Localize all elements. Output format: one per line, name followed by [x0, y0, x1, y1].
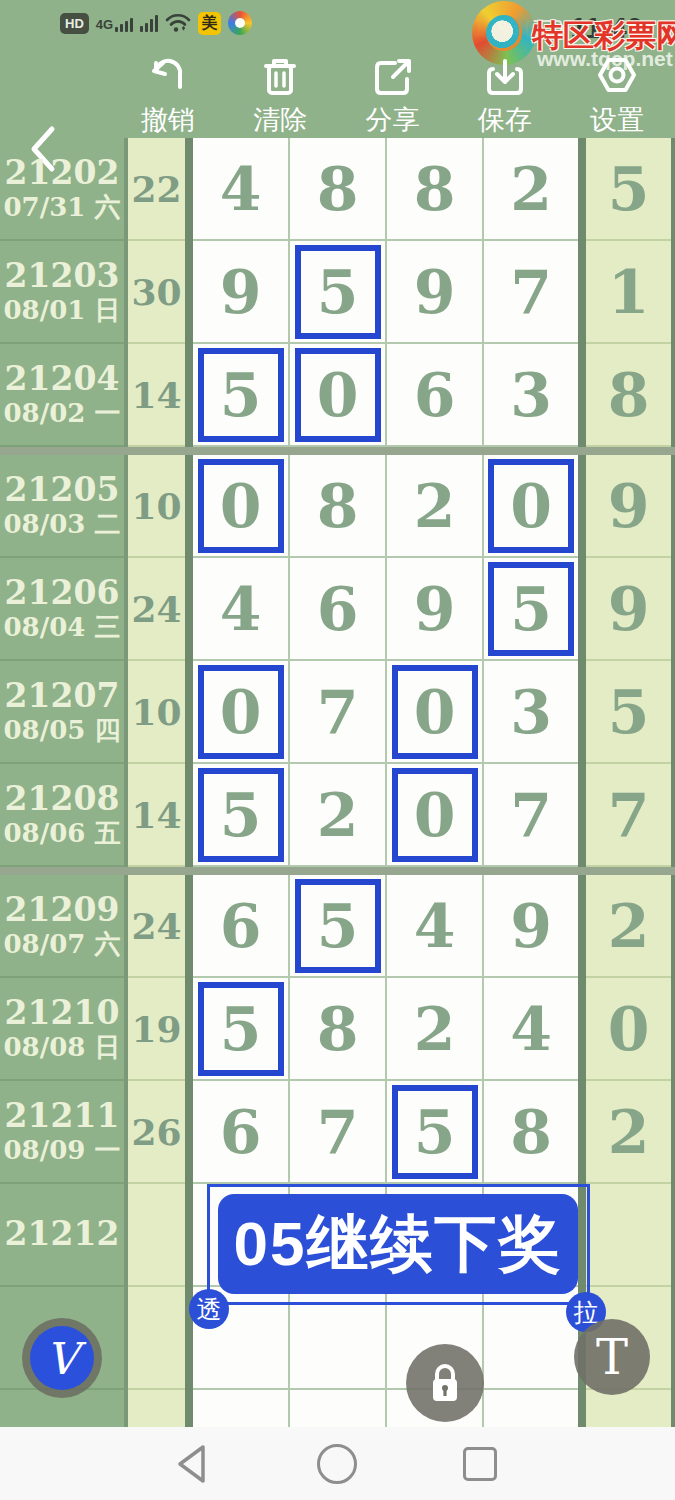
digit-cell[interactable]: 5	[193, 978, 290, 1081]
digit-cell-last[interactable]: 5	[586, 138, 671, 241]
grid-line-v[interactable]	[185, 1184, 193, 1287]
blue-mark-box[interactable]	[488, 459, 574, 553]
digit-cell-last[interactable]	[586, 1390, 671, 1427]
grid-line-v[interactable]	[578, 661, 586, 764]
period-label: 2121108/09 一	[0, 1081, 124, 1184]
digit-cell-last[interactable]: 2	[586, 875, 671, 978]
clear-button[interactable]: 清除	[224, 53, 336, 134]
undo-icon	[144, 53, 192, 101]
period-number: 21212	[5, 1216, 120, 1252]
digit-cell[interactable]: 6	[387, 344, 484, 447]
digit-cell[interactable]: 3	[484, 661, 578, 764]
settings-button[interactable]: 设置	[561, 53, 673, 134]
signal-bars2-icon	[140, 14, 158, 32]
share-icon	[369, 53, 417, 101]
blue-mark-box[interactable]	[392, 665, 478, 759]
grid-line-v[interactable]	[578, 455, 586, 558]
blue-mark-box[interactable]	[198, 665, 284, 759]
period-label: 2120808/06 五	[0, 764, 124, 867]
share-label: 分享	[366, 107, 420, 134]
grid-line-v[interactable]	[578, 558, 586, 661]
digit-cell[interactable]	[193, 1390, 290, 1427]
prediction-banner[interactable]: 05继续下奖	[218, 1194, 578, 1294]
grid-line-v[interactable]	[578, 241, 586, 344]
group-separator	[0, 447, 675, 455]
sum-cell: 14	[128, 764, 185, 867]
period-label: 2121008/08 日	[0, 978, 124, 1081]
chart-row-21205: 2120508/03 二1008209	[0, 455, 675, 558]
chart-row-21203: 2120308/01 日3095971	[0, 241, 675, 344]
digit-cell[interactable]: 9	[387, 558, 484, 661]
digit-cell[interactable]: 0	[387, 661, 484, 764]
chart-row-21208: 2120808/06 五1452077	[0, 764, 675, 867]
period-label: 2120207/31 六	[0, 138, 124, 241]
digit-cell[interactable]: 0	[290, 344, 387, 447]
grid-line-v[interactable]	[578, 1081, 586, 1184]
digit-cell-last[interactable]: 8	[586, 344, 671, 447]
settings-icon	[593, 53, 641, 101]
digit-cell[interactable]: 7	[484, 764, 578, 867]
sum-cell: 19	[128, 978, 185, 1081]
grid-line-v[interactable]	[185, 661, 193, 764]
network-4g-icon: 4G	[96, 14, 133, 32]
grid-line-v[interactable]	[671, 1390, 675, 1427]
grid-line-v[interactable]	[185, 1390, 193, 1427]
nav-home-icon[interactable]	[317, 1444, 357, 1484]
digit-cell-last[interactable]: 1	[586, 241, 671, 344]
digit-cell[interactable]: 9	[387, 241, 484, 344]
blue-mark-box[interactable]	[392, 768, 478, 862]
chart-row-21211: 2121108/09 一2667582	[0, 1081, 675, 1184]
blue-mark-box[interactable]	[198, 982, 284, 1076]
sum-cell: 10	[128, 455, 185, 558]
toolbar: 撤销 清除 分享	[0, 45, 675, 138]
digit-cell[interactable]: 6	[193, 875, 290, 978]
period-label: 2120308/01 日	[0, 241, 124, 344]
lottery-chart-app-screen: HD 4G 美 17% 11:40 特区彩票网 www.tqcp.net	[0, 0, 675, 1500]
digit-cell[interactable]: 4	[193, 558, 290, 661]
lock-button[interactable]	[406, 1344, 484, 1422]
signal-bars-icon	[115, 14, 133, 32]
draw-date: 08/03 二	[4, 510, 121, 539]
grid-line-v[interactable]	[578, 978, 586, 1081]
digit-cell[interactable]: 8	[290, 455, 387, 558]
share-button[interactable]: 分享	[336, 53, 448, 134]
digit-cell[interactable]: 3	[484, 344, 578, 447]
opacity-handle[interactable]: 透	[189, 1289, 229, 1329]
digit-cell[interactable]: 0	[193, 455, 290, 558]
digit-cell[interactable]: 5	[193, 764, 290, 867]
digit-cell-last[interactable]: 5	[586, 661, 671, 764]
sum-cell: 24	[128, 558, 185, 661]
meituan-icon: 美	[198, 12, 221, 35]
grid-line-v[interactable]	[671, 661, 675, 764]
period-number: 21204	[5, 361, 120, 397]
period-number: 21208	[5, 781, 120, 817]
grid-line-v[interactable]	[185, 978, 193, 1081]
draw-date: 07/31 六	[4, 193, 121, 222]
period-number: 21209	[5, 892, 120, 928]
grid-line-v[interactable]	[185, 455, 193, 558]
digit-cell[interactable]: 9	[193, 241, 290, 344]
digit-cell[interactable]	[290, 1390, 387, 1427]
grid-line-v[interactable]	[671, 558, 675, 661]
grid-line-v[interactable]	[185, 875, 193, 978]
nav-back-icon[interactable]	[172, 1442, 212, 1486]
chart-row-21207: 2120708/05 四1007035	[0, 661, 675, 764]
draw-date: 08/09 一	[4, 1136, 121, 1165]
trash-icon	[256, 53, 304, 101]
sum-cell: 14	[128, 344, 185, 447]
digit-cell[interactable]: 4	[387, 875, 484, 978]
chart-row-21204: 2120408/02 一1450638	[0, 344, 675, 447]
digit-cell[interactable]: 7	[290, 661, 387, 764]
draw-date: 08/04 三	[4, 613, 121, 642]
signature-button[interactable]: V	[22, 1318, 102, 1398]
digit-cell[interactable]: 6	[290, 558, 387, 661]
photos-swirl-icon	[228, 11, 252, 35]
digit-cell[interactable]: 0	[387, 764, 484, 867]
digit-cell[interactable]: 5	[290, 875, 387, 978]
grid-line-v[interactable]	[578, 764, 586, 867]
grid-line-v[interactable]	[578, 875, 586, 978]
grid-line-v[interactable]	[185, 344, 193, 447]
digit-cell[interactable]: 5	[290, 241, 387, 344]
blue-mark-box[interactable]	[198, 459, 284, 553]
grid-line-v[interactable]	[578, 138, 586, 241]
digit-cell-last[interactable]: 0	[586, 978, 671, 1081]
network-label: 4G	[96, 17, 113, 32]
blue-mark-box[interactable]	[488, 562, 574, 656]
digit-cell[interactable]: 7	[290, 1081, 387, 1184]
period-number: 21203	[5, 258, 120, 294]
sum-cell: 24	[128, 875, 185, 978]
status-left-icons: HD 4G 美	[60, 11, 252, 35]
digit-cell[interactable]: 4	[484, 978, 578, 1081]
blue-mark-box[interactable]	[392, 1085, 478, 1179]
grid-line-v[interactable]	[671, 1184, 675, 1287]
grid-line-v[interactable]	[185, 764, 193, 867]
android-navbar	[0, 1427, 675, 1500]
digit-cell[interactable]: 7	[484, 241, 578, 344]
nav-recents-icon[interactable]	[463, 1447, 497, 1481]
digit-cell[interactable]: 8	[484, 1081, 578, 1184]
draw-date: 08/06 五	[4, 819, 121, 848]
save-label: 保存	[478, 107, 532, 134]
digit-cell-last[interactable]: 7	[586, 764, 671, 867]
digit-cell[interactable]: 0	[193, 661, 290, 764]
sum-cell: 30	[128, 241, 185, 344]
sum-cell	[128, 1184, 185, 1287]
digit-cell[interactable]: 9	[484, 875, 578, 978]
period-label: 2120508/03 二	[0, 455, 124, 558]
period-number: 21211	[5, 1098, 120, 1134]
digit-cell-last[interactable]: 9	[586, 558, 671, 661]
draw-date: 08/01 日	[4, 296, 121, 325]
save-icon	[481, 53, 529, 101]
digit-cell[interactable]	[484, 1390, 578, 1427]
period-number: 21210	[5, 995, 120, 1031]
period-number: 21206	[5, 575, 120, 611]
grid-line-v[interactable]	[671, 1081, 675, 1184]
digit-cell-last[interactable]	[586, 1184, 671, 1287]
period-number: 21202	[5, 155, 120, 191]
period-label: 2120608/04 三	[0, 558, 124, 661]
chart-row-empty	[0, 1390, 675, 1427]
draw-date: 08/05 四	[4, 716, 121, 745]
grid-line-v[interactable]	[671, 138, 675, 241]
blue-mark-box[interactable]	[198, 768, 284, 862]
wifi-icon	[165, 12, 191, 34]
blue-mark-box[interactable]	[295, 245, 381, 339]
period-label: 2120908/07 六	[0, 875, 124, 978]
settings-label: 设置	[590, 107, 644, 134]
blue-mark-box[interactable]	[198, 348, 284, 442]
grid-line-v[interactable]	[185, 1081, 193, 1184]
grid-line-v[interactable]	[671, 455, 675, 558]
digit-cell-last[interactable]: 2	[586, 1081, 671, 1184]
sum-cell	[128, 1390, 185, 1427]
toolbar-buttons: 撤销 清除 分享	[112, 53, 673, 134]
digit-cell[interactable]: 8	[290, 138, 387, 241]
period-number: 21205	[5, 472, 120, 508]
grid-line-v[interactable]	[671, 1287, 675, 1390]
chart-row-21209: 2120908/07 六2465492	[0, 875, 675, 978]
digit-cell[interactable]: 4	[193, 138, 290, 241]
period-label: 2120708/05 四	[0, 661, 124, 764]
digit-cell[interactable]: 5	[484, 558, 578, 661]
text-tool-button[interactable]: T	[574, 1319, 650, 1395]
grid-line-v[interactable]	[671, 978, 675, 1081]
draw-date: 08/02 一	[4, 399, 121, 428]
digit-cell[interactable]: 6	[193, 1081, 290, 1184]
digit-cell[interactable]: 2	[290, 764, 387, 867]
grid-line-v[interactable]	[671, 875, 675, 978]
sum-cell: 26	[128, 1081, 185, 1184]
blue-mark-box[interactable]	[295, 348, 381, 442]
grid-line-v[interactable]	[671, 764, 675, 867]
digit-cell[interactable]: 2	[484, 138, 578, 241]
sum-cell: 22	[128, 138, 185, 241]
grid-line-v[interactable]	[185, 241, 193, 344]
grid-line-v[interactable]	[671, 344, 675, 447]
grid-line-v[interactable]	[578, 1390, 586, 1427]
chart-row-21210: 2121008/08 日1958240	[0, 978, 675, 1081]
digit-cell[interactable]: 8	[290, 978, 387, 1081]
signature-v-icon: V	[30, 1326, 94, 1390]
digit-cell[interactable]: 2	[387, 978, 484, 1081]
grid-line-v[interactable]	[185, 138, 193, 241]
group-separator	[0, 867, 675, 875]
sum-cell	[128, 1287, 185, 1390]
chart-row-21206: 2120608/04 三2446959	[0, 558, 675, 661]
undo-button[interactable]: 撤销	[112, 53, 224, 134]
sum-cell: 10	[128, 661, 185, 764]
hd-icon: HD	[60, 13, 89, 34]
clear-label: 清除	[253, 107, 307, 134]
digit-cell[interactable]: 2	[387, 455, 484, 558]
digit-cell-last[interactable]: 9	[586, 455, 671, 558]
grid-line-v[interactable]	[671, 241, 675, 344]
blue-mark-box[interactable]	[295, 879, 381, 973]
digit-cell[interactable]: 0	[484, 455, 578, 558]
digit-cell[interactable]: 5	[193, 344, 290, 447]
lock-icon	[428, 1362, 462, 1404]
chart-row-21202: 2120207/31 六2248825	[0, 138, 675, 241]
undo-label: 撤销	[141, 107, 195, 134]
grid-line-v[interactable]	[578, 344, 586, 447]
digit-cell[interactable]: 8	[387, 138, 484, 241]
save-button[interactable]: 保存	[449, 53, 561, 134]
draw-date: 08/07 六	[4, 930, 121, 959]
draw-date: 08/08 日	[4, 1033, 121, 1062]
period-number: 21207	[5, 678, 120, 714]
grid-line-v[interactable]	[185, 558, 193, 661]
period-label: 21212	[0, 1184, 124, 1287]
period-label: 2120408/02 一	[0, 344, 124, 447]
digit-cell[interactable]: 5	[387, 1081, 484, 1184]
